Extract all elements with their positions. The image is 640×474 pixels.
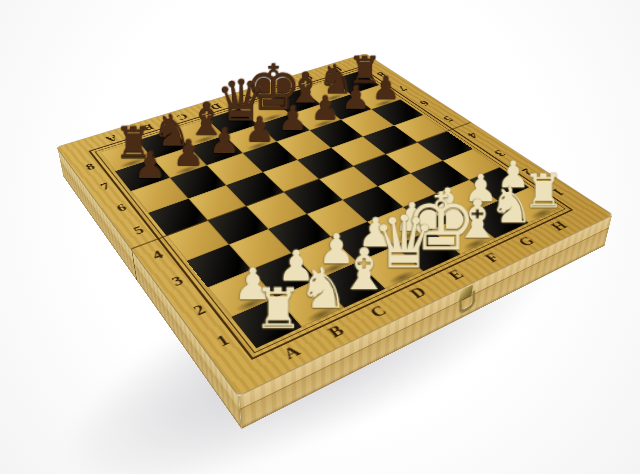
piece-brown-pawn-a7[interactable]: ♟ [99,148,201,184]
product-photo-stage: ABCDEFGH ABCDEFGH 87654321 87654321 ♜♞♝♛… [0,0,640,474]
fold-seam-side [131,248,137,281]
piece-white-rook-a1[interactable]: ♜ [214,281,342,337]
